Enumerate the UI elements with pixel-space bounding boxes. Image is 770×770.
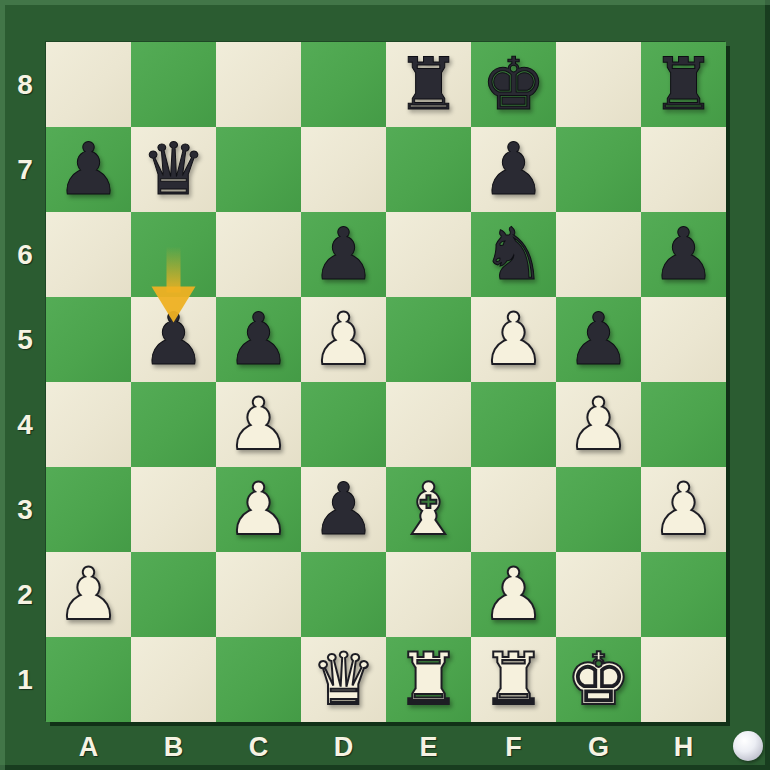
square-h7[interactable] xyxy=(641,127,726,212)
piece-black-pawn-f7[interactable]: ♟ xyxy=(481,127,546,212)
file-label-g: G xyxy=(556,728,641,768)
square-h8[interactable]: ♜ xyxy=(641,42,726,127)
piece-black-pawn-d3[interactable]: ♟ xyxy=(311,467,376,552)
square-f7[interactable]: ♟ xyxy=(471,127,556,212)
square-a8[interactable] xyxy=(46,42,131,127)
square-h6[interactable]: ♟ xyxy=(641,212,726,297)
piece-white-pawn-f5[interactable]: ♟ xyxy=(481,297,546,382)
piece-black-pawn-a7[interactable]: ♟ xyxy=(56,127,121,212)
square-f3[interactable] xyxy=(471,467,556,552)
rank-label-8: 8 xyxy=(2,42,48,127)
square-f5[interactable]: ♟ xyxy=(471,297,556,382)
piece-white-rook-f1[interactable]: ♜ xyxy=(481,637,546,722)
square-g2[interactable] xyxy=(556,552,641,637)
piece-white-king-g1[interactable]: ♚ xyxy=(566,637,631,722)
square-d3[interactable]: ♟ xyxy=(301,467,386,552)
file-label-b: B xyxy=(131,728,216,768)
piece-white-pawn-h3[interactable]: ♟ xyxy=(651,467,716,552)
square-d4[interactable] xyxy=(301,382,386,467)
file-label-a: A xyxy=(46,728,131,768)
square-a5[interactable] xyxy=(46,297,131,382)
square-b5[interactable]: ♟ xyxy=(131,297,216,382)
square-h2[interactable] xyxy=(641,552,726,637)
square-b8[interactable] xyxy=(131,42,216,127)
piece-white-pawn-g4[interactable]: ♟ xyxy=(566,382,631,467)
square-f1[interactable]: ♜ xyxy=(471,637,556,722)
rank-label-3: 3 xyxy=(2,467,48,552)
square-a6[interactable] xyxy=(46,212,131,297)
piece-black-queen-b7[interactable]: ♛ xyxy=(141,127,206,212)
piece-black-knight-f6[interactable]: ♞ xyxy=(481,212,546,297)
square-d1[interactable]: ♛ xyxy=(301,637,386,722)
square-b4[interactable] xyxy=(131,382,216,467)
rank-label-4: 4 xyxy=(2,382,48,467)
piece-white-queen-d1[interactable]: ♛ xyxy=(311,637,376,722)
square-g1[interactable]: ♚ xyxy=(556,637,641,722)
square-g4[interactable]: ♟ xyxy=(556,382,641,467)
square-h1[interactable] xyxy=(641,637,726,722)
square-e8[interactable]: ♜ xyxy=(386,42,471,127)
file-label-h: H xyxy=(641,728,726,768)
rank-label-1: 1 xyxy=(2,637,48,722)
square-e7[interactable] xyxy=(386,127,471,212)
square-e4[interactable] xyxy=(386,382,471,467)
square-e2[interactable] xyxy=(386,552,471,637)
square-c1[interactable] xyxy=(216,637,301,722)
square-g5[interactable]: ♟ xyxy=(556,297,641,382)
chess-board: ♜♚♜♟♛♟♟♞♟♟♟♟♟♟♟♟♟♟♝♟♟♟♛♜♜♚ xyxy=(46,42,726,722)
piece-black-pawn-g5[interactable]: ♟ xyxy=(566,297,631,382)
piece-white-pawn-d5[interactable]: ♟ xyxy=(311,297,376,382)
file-label-c: C xyxy=(216,728,301,768)
square-c5[interactable]: ♟ xyxy=(216,297,301,382)
rank-label-2: 2 xyxy=(2,552,48,637)
piece-white-rook-e1[interactable]: ♜ xyxy=(396,637,461,722)
piece-black-rook-e8[interactable]: ♜ xyxy=(396,42,461,127)
square-f4[interactable] xyxy=(471,382,556,467)
square-h3[interactable]: ♟ xyxy=(641,467,726,552)
square-c8[interactable] xyxy=(216,42,301,127)
piece-white-pawn-f2[interactable]: ♟ xyxy=(481,552,546,637)
square-d7[interactable] xyxy=(301,127,386,212)
square-d2[interactable] xyxy=(301,552,386,637)
rank-label-6: 6 xyxy=(2,212,48,297)
square-d5[interactable]: ♟ xyxy=(301,297,386,382)
piece-black-pawn-d6[interactable]: ♟ xyxy=(311,212,376,297)
square-b3[interactable] xyxy=(131,467,216,552)
square-b7[interactable]: ♛ xyxy=(131,127,216,212)
square-g3[interactable] xyxy=(556,467,641,552)
piece-black-pawn-h6[interactable]: ♟ xyxy=(651,212,716,297)
turn-indicator-white xyxy=(733,731,763,761)
square-g6[interactable] xyxy=(556,212,641,297)
rank-label-7: 7 xyxy=(2,127,48,212)
square-c3[interactable]: ♟ xyxy=(216,467,301,552)
square-d6[interactable]: ♟ xyxy=(301,212,386,297)
square-f8[interactable]: ♚ xyxy=(471,42,556,127)
square-e3[interactable]: ♝ xyxy=(386,467,471,552)
square-a3[interactable] xyxy=(46,467,131,552)
square-h4[interactable] xyxy=(641,382,726,467)
square-b6[interactable] xyxy=(131,212,216,297)
square-c2[interactable] xyxy=(216,552,301,637)
square-c6[interactable] xyxy=(216,212,301,297)
file-label-d: D xyxy=(301,728,386,768)
piece-white-pawn-a2[interactable]: ♟ xyxy=(56,552,121,637)
square-b2[interactable] xyxy=(131,552,216,637)
square-e6[interactable] xyxy=(386,212,471,297)
board-frame: 87654321 ABCDEFGH ♜♚♜♟♛♟♟♞♟♟♟♟♟♟♟♟♟♟♝♟♟♟… xyxy=(0,0,770,770)
square-b1[interactable] xyxy=(131,637,216,722)
square-a4[interactable] xyxy=(46,382,131,467)
square-a2[interactable]: ♟ xyxy=(46,552,131,637)
rank-label-5: 5 xyxy=(2,297,48,382)
square-f2[interactable]: ♟ xyxy=(471,552,556,637)
square-h5[interactable] xyxy=(641,297,726,382)
piece-white-pawn-c3[interactable]: ♟ xyxy=(226,467,291,552)
piece-black-pawn-c5[interactable]: ♟ xyxy=(226,297,291,382)
square-a1[interactable] xyxy=(46,637,131,722)
rank-labels: 87654321 xyxy=(2,42,48,722)
piece-black-pawn-b5[interactable]: ♟ xyxy=(141,297,206,382)
square-g8[interactable] xyxy=(556,42,641,127)
square-c7[interactable] xyxy=(216,127,301,212)
piece-black-king-f8[interactable]: ♚ xyxy=(481,42,546,127)
square-d8[interactable] xyxy=(301,42,386,127)
square-f6[interactable]: ♞ xyxy=(471,212,556,297)
piece-black-rook-h8[interactable]: ♜ xyxy=(651,42,716,127)
square-e1[interactable]: ♜ xyxy=(386,637,471,722)
square-g7[interactable] xyxy=(556,127,641,212)
square-c4[interactable]: ♟ xyxy=(216,382,301,467)
file-label-e: E xyxy=(386,728,471,768)
file-labels: ABCDEFGH xyxy=(46,728,726,768)
file-label-f: F xyxy=(471,728,556,768)
square-a7[interactable]: ♟ xyxy=(46,127,131,212)
square-e5[interactable] xyxy=(386,297,471,382)
piece-white-pawn-c4[interactable]: ♟ xyxy=(226,382,291,467)
piece-white-bishop-e3[interactable]: ♝ xyxy=(396,467,461,552)
